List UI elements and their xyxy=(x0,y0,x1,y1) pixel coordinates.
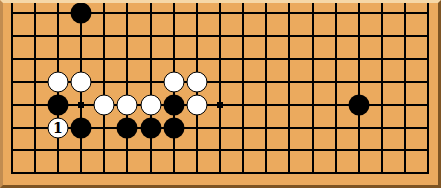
intersection-F6[interactable] xyxy=(116,48,139,71)
intersection-O2[interactable] xyxy=(301,139,324,162)
intersection-D2[interactable] xyxy=(69,139,92,162)
intersection-L6[interactable] xyxy=(232,48,255,71)
intersection-Q3[interactable] xyxy=(347,116,370,139)
intersection-Q2[interactable] xyxy=(347,139,370,162)
intersection-P1[interactable] xyxy=(324,162,347,185)
intersection-F7[interactable] xyxy=(116,25,139,48)
intersection-A8[interactable] xyxy=(0,2,23,25)
intersection-S2[interactable] xyxy=(394,139,417,162)
intersection-T6[interactable] xyxy=(417,48,440,71)
black-stone xyxy=(163,94,184,115)
intersection-S7[interactable] xyxy=(394,25,417,48)
intersection-Q1[interactable] xyxy=(347,162,370,185)
intersection-Q6[interactable] xyxy=(347,48,370,71)
intersection-J2[interactable] xyxy=(185,139,208,162)
star-point xyxy=(217,102,223,108)
intersection-A6[interactable] xyxy=(0,48,23,71)
white-stone xyxy=(47,71,68,92)
intersection-E1[interactable] xyxy=(93,162,116,185)
intersection-G3[interactable] xyxy=(139,116,162,139)
intersection-E2[interactable] xyxy=(93,139,116,162)
intersection-Q8[interactable] xyxy=(347,2,370,25)
white-stone xyxy=(117,94,138,115)
intersection-P4[interactable] xyxy=(324,93,347,116)
intersection-O3[interactable] xyxy=(301,116,324,139)
intersection-K3[interactable] xyxy=(208,116,231,139)
move-number-label: 1 xyxy=(53,121,63,135)
intersection-Q5[interactable] xyxy=(347,71,370,94)
intersection-F8[interactable] xyxy=(116,2,139,25)
intersection-F4[interactable] xyxy=(116,93,139,116)
intersection-C2[interactable] xyxy=(46,139,69,162)
intersection-K2[interactable] xyxy=(208,139,231,162)
intersection-R2[interactable] xyxy=(371,139,394,162)
intersection-B4[interactable] xyxy=(23,93,46,116)
intersection-J7[interactable] xyxy=(185,25,208,48)
intersection-R1[interactable] xyxy=(371,162,394,185)
intersection-M2[interactable] xyxy=(255,139,278,162)
intersection-N3[interactable] xyxy=(278,116,301,139)
intersection-E6[interactable] xyxy=(93,48,116,71)
intersection-L1[interactable] xyxy=(232,162,255,185)
intersection-M6[interactable] xyxy=(255,48,278,71)
intersection-M7[interactable] xyxy=(255,25,278,48)
intersection-J6[interactable] xyxy=(185,48,208,71)
intersection-J3[interactable] xyxy=(185,116,208,139)
go-board: 1 xyxy=(0,2,440,185)
intersection-J4[interactable] xyxy=(185,93,208,116)
intersection-E8[interactable] xyxy=(93,2,116,25)
intersection-B2[interactable] xyxy=(23,139,46,162)
black-stone xyxy=(117,117,138,138)
intersection-P6[interactable] xyxy=(324,48,347,71)
intersection-C6[interactable] xyxy=(46,48,69,71)
intersection-L2[interactable] xyxy=(232,139,255,162)
intersection-M5[interactable] xyxy=(255,71,278,94)
intersection-F1[interactable] xyxy=(116,162,139,185)
intersection-D4[interactable] xyxy=(69,93,92,116)
intersection-E4[interactable] xyxy=(93,93,116,116)
intersection-L5[interactable] xyxy=(232,71,255,94)
intersection-C1[interactable] xyxy=(46,162,69,185)
intersection-F2[interactable] xyxy=(116,139,139,162)
intersection-J5[interactable] xyxy=(185,71,208,94)
intersection-S3[interactable] xyxy=(394,116,417,139)
intersection-B7[interactable] xyxy=(23,25,46,48)
intersection-T2[interactable] xyxy=(417,139,440,162)
intersection-H4[interactable] xyxy=(162,93,185,116)
intersection-R5[interactable] xyxy=(371,71,394,94)
star-point xyxy=(78,102,84,108)
intersection-E7[interactable] xyxy=(93,25,116,48)
intersection-F5[interactable] xyxy=(116,71,139,94)
white-stone xyxy=(140,94,161,115)
intersection-D7[interactable] xyxy=(69,25,92,48)
white-stone xyxy=(186,71,207,92)
intersection-G5[interactable] xyxy=(139,71,162,94)
intersection-G2[interactable] xyxy=(139,139,162,162)
intersection-A1[interactable] xyxy=(0,162,23,185)
intersection-R4[interactable] xyxy=(371,93,394,116)
intersection-T1[interactable] xyxy=(417,162,440,185)
intersection-E5[interactable] xyxy=(93,71,116,94)
intersection-C3[interactable]: 1 xyxy=(46,116,69,139)
white-stone xyxy=(163,71,184,92)
intersection-S5[interactable] xyxy=(394,71,417,94)
white-stone xyxy=(186,94,207,115)
intersection-G1[interactable] xyxy=(139,162,162,185)
intersection-M1[interactable] xyxy=(255,162,278,185)
intersection-T8[interactable] xyxy=(417,2,440,25)
intersection-J1[interactable] xyxy=(185,162,208,185)
intersection-R6[interactable] xyxy=(371,48,394,71)
intersection-N6[interactable] xyxy=(278,48,301,71)
intersection-P8[interactable] xyxy=(324,2,347,25)
intersection-Q7[interactable] xyxy=(347,25,370,48)
intersection-G6[interactable] xyxy=(139,48,162,71)
intersection-C7[interactable] xyxy=(46,25,69,48)
intersection-O7[interactable] xyxy=(301,25,324,48)
intersection-J8[interactable] xyxy=(185,2,208,25)
black-stone xyxy=(140,117,161,138)
intersection-R7[interactable] xyxy=(371,25,394,48)
intersection-T5[interactable] xyxy=(417,71,440,94)
intersection-N8[interactable] xyxy=(278,2,301,25)
intersection-A2[interactable] xyxy=(0,139,23,162)
black-stone xyxy=(71,3,92,24)
intersection-M8[interactable] xyxy=(255,2,278,25)
intersection-O6[interactable] xyxy=(301,48,324,71)
intersection-D6[interactable] xyxy=(69,48,92,71)
intersection-T4[interactable] xyxy=(417,93,440,116)
intersection-N7[interactable] xyxy=(278,25,301,48)
intersection-P3[interactable] xyxy=(324,116,347,139)
intersection-H5[interactable] xyxy=(162,71,185,94)
intersection-G8[interactable] xyxy=(139,2,162,25)
intersection-L4[interactable] xyxy=(232,93,255,116)
intersection-A4[interactable] xyxy=(0,93,23,116)
intersection-O5[interactable] xyxy=(301,71,324,94)
intersection-T7[interactable] xyxy=(417,25,440,48)
black-stone xyxy=(47,94,68,115)
intersection-O1[interactable] xyxy=(301,162,324,185)
intersection-K4[interactable] xyxy=(208,93,231,116)
go-diagram-frame: 1 xyxy=(0,0,441,188)
intersection-M4[interactable] xyxy=(255,93,278,116)
intersection-Q4[interactable] xyxy=(347,93,370,116)
intersection-H7[interactable] xyxy=(162,25,185,48)
intersection-G4[interactable] xyxy=(139,93,162,116)
intersection-L7[interactable] xyxy=(232,25,255,48)
intersection-F3[interactable] xyxy=(116,116,139,139)
intersection-B8[interactable] xyxy=(23,2,46,25)
intersection-K5[interactable] xyxy=(208,71,231,94)
move-1-stone: 1 xyxy=(47,117,68,138)
intersection-N4[interactable] xyxy=(278,93,301,116)
intersection-L3[interactable] xyxy=(232,116,255,139)
intersection-C5[interactable] xyxy=(46,71,69,94)
intersection-S8[interactable] xyxy=(394,2,417,25)
intersection-H1[interactable] xyxy=(162,162,185,185)
intersection-D3[interactable] xyxy=(69,116,92,139)
intersection-M3[interactable] xyxy=(255,116,278,139)
intersection-R3[interactable] xyxy=(371,116,394,139)
intersection-K6[interactable] xyxy=(208,48,231,71)
intersection-R8[interactable] xyxy=(371,2,394,25)
intersection-T3[interactable] xyxy=(417,116,440,139)
intersection-P2[interactable] xyxy=(324,139,347,162)
intersection-L8[interactable] xyxy=(232,2,255,25)
intersection-K8[interactable] xyxy=(208,2,231,25)
intersection-O8[interactable] xyxy=(301,2,324,25)
intersection-N2[interactable] xyxy=(278,139,301,162)
intersection-D8[interactable] xyxy=(69,2,92,25)
intersection-D1[interactable] xyxy=(69,162,92,185)
intersection-S6[interactable] xyxy=(394,48,417,71)
intersection-K7[interactable] xyxy=(208,25,231,48)
intersection-B6[interactable] xyxy=(23,48,46,71)
intersection-H6[interactable] xyxy=(162,48,185,71)
black-stone xyxy=(348,94,369,115)
black-stone xyxy=(71,117,92,138)
black-stone xyxy=(163,117,184,138)
intersection-S4[interactable] xyxy=(394,93,417,116)
intersection-B5[interactable] xyxy=(23,71,46,94)
intersection-H3[interactable] xyxy=(162,116,185,139)
intersection-G7[interactable] xyxy=(139,25,162,48)
intersection-H8[interactable] xyxy=(162,2,185,25)
intersection-E3[interactable] xyxy=(93,116,116,139)
intersection-N1[interactable] xyxy=(278,162,301,185)
intersection-D5[interactable] xyxy=(69,71,92,94)
intersection-K1[interactable] xyxy=(208,162,231,185)
intersection-A7[interactable] xyxy=(0,25,23,48)
white-stone xyxy=(71,71,92,92)
intersection-A3[interactable] xyxy=(0,116,23,139)
intersection-A5[interactable] xyxy=(0,71,23,94)
intersection-N5[interactable] xyxy=(278,71,301,94)
intersection-P7[interactable] xyxy=(324,25,347,48)
intersection-B3[interactable] xyxy=(23,116,46,139)
intersection-P5[interactable] xyxy=(324,71,347,94)
white-stone xyxy=(94,94,115,115)
intersection-O4[interactable] xyxy=(301,93,324,116)
intersection-S1[interactable] xyxy=(394,162,417,185)
intersection-H2[interactable] xyxy=(162,139,185,162)
intersection-C4[interactable] xyxy=(46,93,69,116)
intersection-C8[interactable] xyxy=(46,2,69,25)
intersection-B1[interactable] xyxy=(23,162,46,185)
